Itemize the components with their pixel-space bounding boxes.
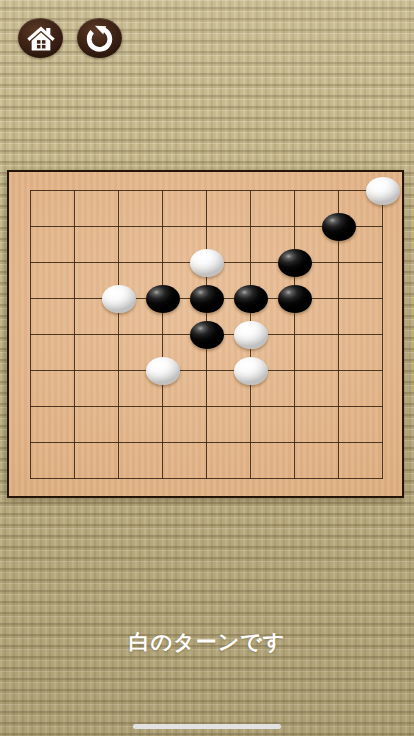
black-stone — [234, 285, 268, 313]
restart-button[interactable] — [77, 18, 122, 58]
home-button[interactable] — [18, 18, 63, 58]
app-screen: 白のターンです — [0, 0, 414, 736]
white-stone — [234, 357, 268, 385]
home-icon — [26, 25, 56, 52]
restart-icon — [84, 23, 115, 54]
white-stone — [102, 285, 136, 313]
white-stone — [366, 177, 400, 205]
black-stone — [146, 285, 180, 313]
turn-status-text: 白のターンです — [0, 628, 414, 656]
black-stone — [278, 249, 312, 277]
black-stone — [190, 285, 224, 313]
black-stone — [190, 321, 224, 349]
board-grid[interactable] — [30, 190, 383, 479]
home-indicator-bar[interactable] — [133, 724, 281, 729]
white-stone — [146, 357, 180, 385]
black-stone — [322, 213, 356, 241]
white-stone — [234, 321, 268, 349]
black-stone — [278, 285, 312, 313]
game-board — [7, 170, 404, 498]
white-stone — [190, 249, 224, 277]
